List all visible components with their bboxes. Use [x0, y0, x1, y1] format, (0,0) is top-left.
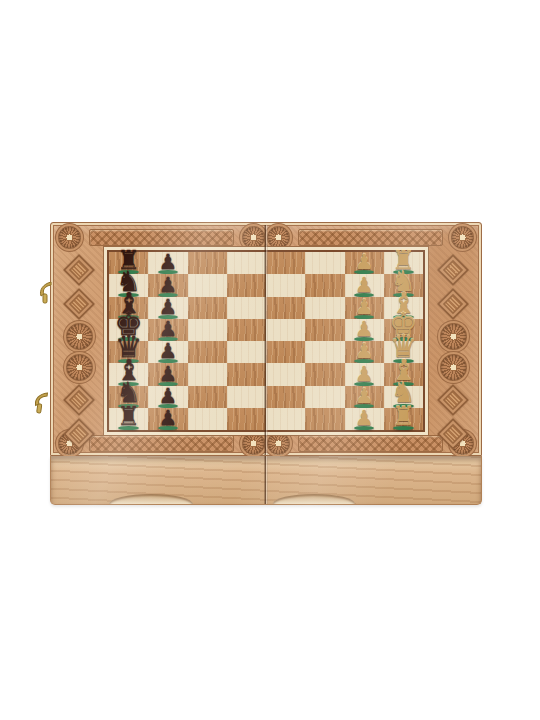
carved-border-right	[432, 251, 474, 431]
square-c6[interactable]	[188, 363, 227, 385]
diamond-carving-icon	[437, 384, 469, 416]
diamond-carving-icon	[437, 254, 469, 286]
square-b6[interactable]	[188, 386, 227, 408]
square-g3[interactable]	[305, 274, 344, 296]
carved-lattice-panel	[298, 435, 443, 452]
square-c4[interactable]	[266, 363, 305, 385]
rosette-icon	[242, 226, 265, 249]
black-pawn[interactable]: ♟	[148, 364, 187, 385]
square-e3[interactable]	[305, 319, 344, 341]
carved-lattice-panel	[89, 229, 234, 246]
black-pawn[interactable]: ♟	[148, 386, 187, 407]
board-front-edge	[50, 456, 482, 505]
white-pawn[interactable]: ♟	[345, 297, 384, 318]
carved-lattice-panel	[89, 435, 234, 452]
rosette-icon	[267, 432, 290, 455]
square-h3[interactable]	[305, 252, 344, 274]
square-d5[interactable]	[227, 341, 266, 363]
black-rook[interactable]: ♜	[109, 403, 148, 429]
square-d7[interactable]: ♟	[148, 341, 187, 363]
square-h7[interactable]: ♟	[148, 252, 187, 274]
square-g2[interactable]: ♟	[345, 274, 384, 296]
square-e6[interactable]	[188, 319, 227, 341]
square-b5[interactable]	[227, 386, 266, 408]
square-a5[interactable]	[227, 408, 266, 430]
hinge-seam	[264, 225, 268, 455]
square-c7[interactable]: ♟	[148, 363, 187, 385]
white-rook[interactable]: ♜	[384, 403, 423, 429]
square-a4[interactable]	[266, 408, 305, 430]
finger-notch	[273, 494, 355, 504]
square-b4[interactable]	[266, 386, 305, 408]
square-d3[interactable]	[305, 341, 344, 363]
square-e5[interactable]	[227, 319, 266, 341]
square-h2[interactable]: ♟	[345, 252, 384, 274]
square-a6[interactable]	[188, 408, 227, 430]
square-a1[interactable]: ♜	[384, 408, 423, 430]
square-f4[interactable]	[266, 297, 305, 319]
square-e2[interactable]: ♟	[345, 319, 384, 341]
rosette-icon	[58, 226, 81, 249]
square-b2[interactable]: ♟	[345, 386, 384, 408]
square-g7[interactable]: ♟	[148, 274, 187, 296]
rosette-icon	[440, 354, 467, 381]
square-a3[interactable]	[305, 408, 344, 430]
rosette-icon	[242, 432, 265, 455]
square-h4[interactable]	[266, 252, 305, 274]
hinge-seam	[264, 456, 268, 504]
rosette-icon	[267, 226, 290, 249]
black-pawn[interactable]: ♟	[148, 319, 187, 340]
brass-latch-icon[interactable]	[35, 280, 55, 306]
rosette-icon	[451, 226, 474, 249]
white-pawn[interactable]: ♟	[345, 275, 384, 296]
square-e4[interactable]	[266, 319, 305, 341]
carved-border-left	[58, 251, 100, 431]
diamond-carving-icon	[63, 288, 95, 320]
square-f2[interactable]: ♟	[345, 297, 384, 319]
white-pawn[interactable]: ♟	[345, 408, 384, 429]
square-d2[interactable]: ♟	[345, 341, 384, 363]
square-f3[interactable]	[305, 297, 344, 319]
square-a2[interactable]: ♟	[345, 408, 384, 430]
square-d6[interactable]	[188, 341, 227, 363]
white-pawn[interactable]: ♟	[345, 319, 384, 340]
square-g4[interactable]	[266, 274, 305, 296]
square-b7[interactable]: ♟	[148, 386, 187, 408]
diamond-carving-icon	[437, 288, 469, 320]
chessboard: ♜♟♟♜♞♟♟♞♝♟♟♝♚♟♟♚♛♟♟♛♝♟♟♝♞♟♟♞♜♟♟♜	[50, 222, 482, 505]
square-e7[interactable]: ♟	[148, 319, 187, 341]
white-pawn[interactable]: ♟	[345, 341, 384, 362]
black-pawn[interactable]: ♟	[148, 275, 187, 296]
square-g5[interactable]	[227, 274, 266, 296]
rosette-icon	[66, 323, 93, 350]
white-pawn[interactable]: ♟	[345, 386, 384, 407]
square-g6[interactable]	[188, 274, 227, 296]
diamond-carving-icon	[63, 254, 95, 286]
brass-latch-icon[interactable]	[28, 389, 51, 418]
black-pawn[interactable]: ♟	[148, 252, 187, 273]
black-pawn[interactable]: ♟	[148, 341, 187, 362]
black-pawn[interactable]: ♟	[148, 297, 187, 318]
finger-notch	[109, 494, 193, 504]
diamond-carving-icon	[63, 384, 95, 416]
square-h6[interactable]	[188, 252, 227, 274]
square-c2[interactable]: ♟	[345, 363, 384, 385]
square-b3[interactable]	[305, 386, 344, 408]
black-pawn[interactable]: ♟	[148, 408, 187, 429]
rosette-icon	[66, 354, 93, 381]
square-c3[interactable]	[305, 363, 344, 385]
square-f5[interactable]	[227, 297, 266, 319]
carved-lattice-panel	[298, 229, 443, 246]
square-f7[interactable]: ♟	[148, 297, 187, 319]
product-photo: ♜♟♟♜♞♟♟♞♝♟♟♝♚♟♟♚♛♟♟♛♝♟♟♝♞♟♟♞♜♟♟♜	[0, 0, 540, 720]
square-f6[interactable]	[188, 297, 227, 319]
white-pawn[interactable]: ♟	[345, 364, 384, 385]
square-a8[interactable]: ♜	[109, 408, 148, 430]
square-c5[interactable]	[227, 363, 266, 385]
board-top-surface: ♜♟♟♜♞♟♟♞♝♟♟♝♚♟♟♚♛♟♟♛♝♟♟♝♞♟♟♞♜♟♟♜	[50, 222, 482, 456]
square-h5[interactable]	[227, 252, 266, 274]
rosette-icon	[440, 323, 467, 350]
square-d4[interactable]	[266, 341, 305, 363]
square-a7[interactable]: ♟	[148, 408, 187, 430]
white-pawn[interactable]: ♟	[345, 252, 384, 273]
